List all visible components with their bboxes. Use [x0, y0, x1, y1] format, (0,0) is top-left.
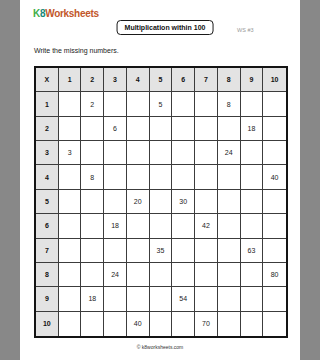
row-header-3: 3 [36, 141, 59, 165]
cell-r9-c6: 54 [172, 287, 195, 311]
cell-r2-c8[interactable] [218, 117, 241, 141]
cell-r8-c8[interactable] [218, 263, 241, 287]
cell-r8-c1[interactable] [59, 263, 82, 287]
cell-r10-c1[interactable] [59, 312, 82, 336]
cell-r3-c9[interactable] [241, 141, 264, 165]
cell-r10-c5[interactable] [150, 312, 173, 336]
row-header-5: 5 [36, 190, 59, 214]
cell-r7-c1[interactable] [59, 239, 82, 263]
cell-r1-c6[interactable] [172, 92, 195, 116]
cell-r9-c9[interactable] [241, 287, 264, 311]
cell-r9-c1[interactable] [59, 287, 82, 311]
col-header-7: 7 [195, 68, 218, 92]
cell-r10-c2[interactable] [81, 312, 104, 336]
cell-r1-c5: 5 [150, 92, 173, 116]
cell-r10-c10[interactable] [263, 312, 286, 336]
row-header-1: 1 [36, 92, 59, 116]
cell-r6-c4[interactable] [127, 214, 150, 238]
cell-r7-c8[interactable] [218, 239, 241, 263]
cell-r8-c6[interactable] [172, 263, 195, 287]
cell-r4-c4[interactable] [127, 165, 150, 189]
col-header-1: 1 [59, 68, 82, 92]
cell-r10-c6[interactable] [172, 312, 195, 336]
cell-r2-c4[interactable] [127, 117, 150, 141]
cell-r2-c3: 6 [104, 117, 127, 141]
cell-r9-c3[interactable] [104, 287, 127, 311]
col-header-9: 9 [241, 68, 264, 92]
cell-r5-c3[interactable] [104, 190, 127, 214]
cell-r4-c3[interactable] [104, 165, 127, 189]
col-header-2: 2 [81, 68, 104, 92]
cell-r9-c8[interactable] [218, 287, 241, 311]
cell-r7-c2[interactable] [81, 239, 104, 263]
cell-r10-c4: 40 [127, 312, 150, 336]
cell-r9-c4[interactable] [127, 287, 150, 311]
row-header-9: 9 [36, 287, 59, 311]
cell-r2-c9: 18 [241, 117, 264, 141]
cell-r3-c6[interactable] [172, 141, 195, 165]
cell-r10-c9[interactable] [241, 312, 264, 336]
cell-r7-c9: 63 [241, 239, 264, 263]
row-header-6: 6 [36, 214, 59, 238]
cell-r10-c3[interactable] [104, 312, 127, 336]
cell-r8-c10: 80 [263, 263, 286, 287]
row-header-10: 10 [36, 312, 59, 336]
cell-r9-c5[interactable] [150, 287, 173, 311]
cell-r3-c10[interactable] [263, 141, 286, 165]
worksheet-title: Multiplication within 100 [117, 20, 214, 35]
cell-r4-c5[interactable] [150, 165, 173, 189]
cell-r6-c1[interactable] [59, 214, 82, 238]
cell-r3-c8: 24 [218, 141, 241, 165]
cell-r3-c5[interactable] [150, 141, 173, 165]
cell-r1-c3[interactable] [104, 92, 127, 116]
cell-r7-c6[interactable] [172, 239, 195, 263]
col-header-8: 8 [218, 68, 241, 92]
cell-r2-c10[interactable] [263, 117, 286, 141]
cell-r2-c6[interactable] [172, 117, 195, 141]
footer-copyright: © k8worksheets.com [20, 344, 300, 350]
cell-r3-c2[interactable] [81, 141, 104, 165]
cell-r5-c5[interactable] [150, 190, 173, 214]
cell-r1-c7[interactable] [195, 92, 218, 116]
cell-r5-c6: 30 [172, 190, 195, 214]
col-header-3: 3 [104, 68, 127, 92]
col-header-6: 6 [172, 68, 195, 92]
cell-r2-c2[interactable] [81, 117, 104, 141]
cell-r8-c9[interactable] [241, 263, 264, 287]
cell-r10-c7: 70 [195, 312, 218, 336]
cell-r8-c4[interactable] [127, 263, 150, 287]
cell-r5-c10[interactable] [263, 190, 286, 214]
cell-r7-c7[interactable] [195, 239, 218, 263]
logo-letter-k: K [33, 8, 40, 19]
cell-r3-c7[interactable] [195, 141, 218, 165]
cell-r2-c5[interactable] [150, 117, 173, 141]
cell-r7-c4[interactable] [127, 239, 150, 263]
cell-r5-c4: 20 [127, 190, 150, 214]
cell-r2-c1[interactable] [59, 117, 82, 141]
worksheet-page: K8Worksheets Multiplication within 100 W… [20, 0, 300, 360]
cell-r7-c10[interactable] [263, 239, 286, 263]
row-header-8: 8 [36, 263, 59, 287]
row-header-7: 7 [36, 239, 59, 263]
cell-r6-c6[interactable] [172, 214, 195, 238]
cell-r5-c2[interactable] [81, 190, 104, 214]
cell-r6-c8[interactable] [218, 214, 241, 238]
cell-r5-c1[interactable] [59, 190, 82, 214]
cell-r4-c10: 40 [263, 165, 286, 189]
cell-r6-c9[interactable] [241, 214, 264, 238]
multiplication-grid: X123456789101258261833244840520306184273… [34, 66, 288, 338]
cell-r8-c5[interactable] [150, 263, 173, 287]
cell-r4-c9[interactable] [241, 165, 264, 189]
cell-r9-c2: 18 [81, 287, 104, 311]
cell-r4-c7[interactable] [195, 165, 218, 189]
row-header-2: 2 [36, 117, 59, 141]
row-header-4: 4 [36, 165, 59, 189]
cell-r3-c3[interactable] [104, 141, 127, 165]
cell-r3-c1: 3 [59, 141, 82, 165]
cell-r6-c5[interactable] [150, 214, 173, 238]
cell-r2-c7[interactable] [195, 117, 218, 141]
cell-r6-c2[interactable] [81, 214, 104, 238]
col-header-10: 10 [263, 68, 286, 92]
cell-r8-c3: 24 [104, 263, 127, 287]
cell-r6-c10[interactable] [263, 214, 286, 238]
cell-r1-c4[interactable] [127, 92, 150, 116]
cell-r3-c4[interactable] [127, 141, 150, 165]
cell-r7-c5: 35 [150, 239, 173, 263]
cell-r6-c3: 18 [104, 214, 127, 238]
cell-r1-c2: 2 [81, 92, 104, 116]
cell-r6-c7: 42 [195, 214, 218, 238]
cell-r4-c2: 8 [81, 165, 104, 189]
cell-r9-c10[interactable] [263, 287, 286, 311]
cell-r4-c8[interactable] [218, 165, 241, 189]
col-header-5: 5 [150, 68, 173, 92]
cell-r8-c7[interactable] [195, 263, 218, 287]
cell-r7-c3[interactable] [104, 239, 127, 263]
worksheet-number-label: WS #3 [237, 27, 254, 33]
cell-r1-c8: 8 [218, 92, 241, 116]
cell-r8-c2[interactable] [81, 263, 104, 287]
grid-corner-x: X [36, 68, 59, 92]
cell-r1-c1[interactable] [59, 92, 82, 116]
cell-r10-c8[interactable] [218, 312, 241, 336]
cell-r1-c9[interactable] [241, 92, 264, 116]
logo-wordmark: Worksheets [45, 8, 99, 19]
cell-r9-c7[interactable] [195, 287, 218, 311]
cell-r5-c9[interactable] [241, 190, 264, 214]
cell-r4-c1[interactable] [59, 165, 82, 189]
cell-r5-c7[interactable] [195, 190, 218, 214]
k8worksheets-logo: K8Worksheets [33, 8, 99, 19]
instruction-text: Write the missing numbers. [34, 47, 119, 54]
cell-r1-c10[interactable] [263, 92, 286, 116]
cell-r5-c8[interactable] [218, 190, 241, 214]
col-header-4: 4 [127, 68, 150, 92]
cell-r4-c6[interactable] [172, 165, 195, 189]
